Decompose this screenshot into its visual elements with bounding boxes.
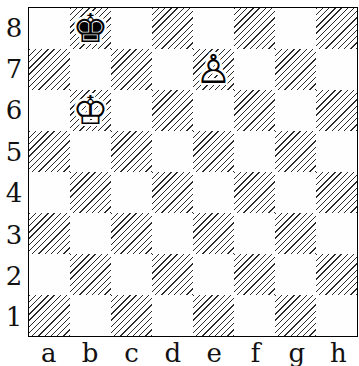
rank-label-7: 7 [0,48,28,89]
square-c7[interactable] [111,49,152,90]
square-h5[interactable] [316,131,357,172]
square-e8[interactable] [193,8,234,49]
square-d8[interactable] [152,8,193,49]
square-a8[interactable] [29,8,70,49]
square-h3[interactable] [316,213,357,254]
square-b8[interactable]: ♚ [70,8,111,49]
rank-label-1: 1 [0,297,28,338]
square-b3[interactable] [70,213,111,254]
file-label-d: d [152,338,193,366]
square-d4[interactable] [152,172,193,213]
square-d1[interactable] [152,295,193,336]
square-d6[interactable] [152,90,193,131]
square-a7[interactable] [29,49,70,90]
square-h2[interactable] [316,254,357,295]
square-b2[interactable] [70,254,111,295]
square-g8[interactable] [275,8,316,49]
square-d3[interactable] [152,213,193,254]
square-e4[interactable] [193,172,234,213]
rank-label-3: 3 [0,214,28,255]
square-c2[interactable] [111,254,152,295]
square-f1[interactable] [234,295,275,336]
square-b1[interactable] [70,295,111,336]
square-g5[interactable] [275,131,316,172]
file-label-a: a [28,338,69,366]
square-e6[interactable] [193,90,234,131]
square-b7[interactable] [70,49,111,90]
file-label-b: b [69,338,110,366]
chess-diagram: 87654321 ♚♙♔ abcdefgh [0,0,359,366]
square-a1[interactable] [29,295,70,336]
rank-label-6: 6 [0,90,28,131]
square-c6[interactable] [111,90,152,131]
square-g3[interactable] [275,213,316,254]
square-f6[interactable] [234,90,275,131]
file-label-f: f [235,338,276,366]
square-b4[interactable] [70,172,111,213]
white-pawn[interactable]: ♙ [196,49,232,89]
square-e5[interactable] [193,131,234,172]
square-f3[interactable] [234,213,275,254]
square-d2[interactable] [152,254,193,295]
square-a3[interactable] [29,213,70,254]
black-king[interactable]: ♚ [73,8,109,48]
square-f7[interactable] [234,49,275,90]
square-d5[interactable] [152,131,193,172]
square-h8[interactable] [316,8,357,49]
square-f2[interactable] [234,254,275,295]
square-g1[interactable] [275,295,316,336]
rank-label-5: 5 [0,131,28,172]
square-e3[interactable] [193,213,234,254]
white-king[interactable]: ♔ [73,90,109,130]
square-d7[interactable] [152,49,193,90]
file-label-g: g [276,338,317,366]
square-f5[interactable] [234,131,275,172]
file-labels: abcdefgh [28,338,359,366]
square-g7[interactable] [275,49,316,90]
square-c1[interactable] [111,295,152,336]
square-c3[interactable] [111,213,152,254]
square-c4[interactable] [111,172,152,213]
square-g4[interactable] [275,172,316,213]
square-b6[interactable]: ♔ [70,90,111,131]
file-label-e: e [194,338,235,366]
square-e1[interactable] [193,295,234,336]
square-a6[interactable] [29,90,70,131]
square-b5[interactable] [70,131,111,172]
square-h7[interactable] [316,49,357,90]
square-c5[interactable] [111,131,152,172]
square-g6[interactable] [275,90,316,131]
chess-board: ♚♙♔ [28,7,358,337]
rank-label-8: 8 [0,7,28,48]
square-e7[interactable]: ♙ [193,49,234,90]
file-label-c: c [111,338,152,366]
square-c8[interactable] [111,8,152,49]
square-h6[interactable] [316,90,357,131]
square-a5[interactable] [29,131,70,172]
square-e2[interactable] [193,254,234,295]
square-f8[interactable] [234,8,275,49]
square-h1[interactable] [316,295,357,336]
rank-label-4: 4 [0,173,28,214]
square-f4[interactable] [234,172,275,213]
square-a4[interactable] [29,172,70,213]
file-label-h: h [318,338,359,366]
rank-label-2: 2 [0,255,28,296]
rank-labels: 87654321 [0,7,28,338]
square-g2[interactable] [275,254,316,295]
square-a2[interactable] [29,254,70,295]
square-h4[interactable] [316,172,357,213]
